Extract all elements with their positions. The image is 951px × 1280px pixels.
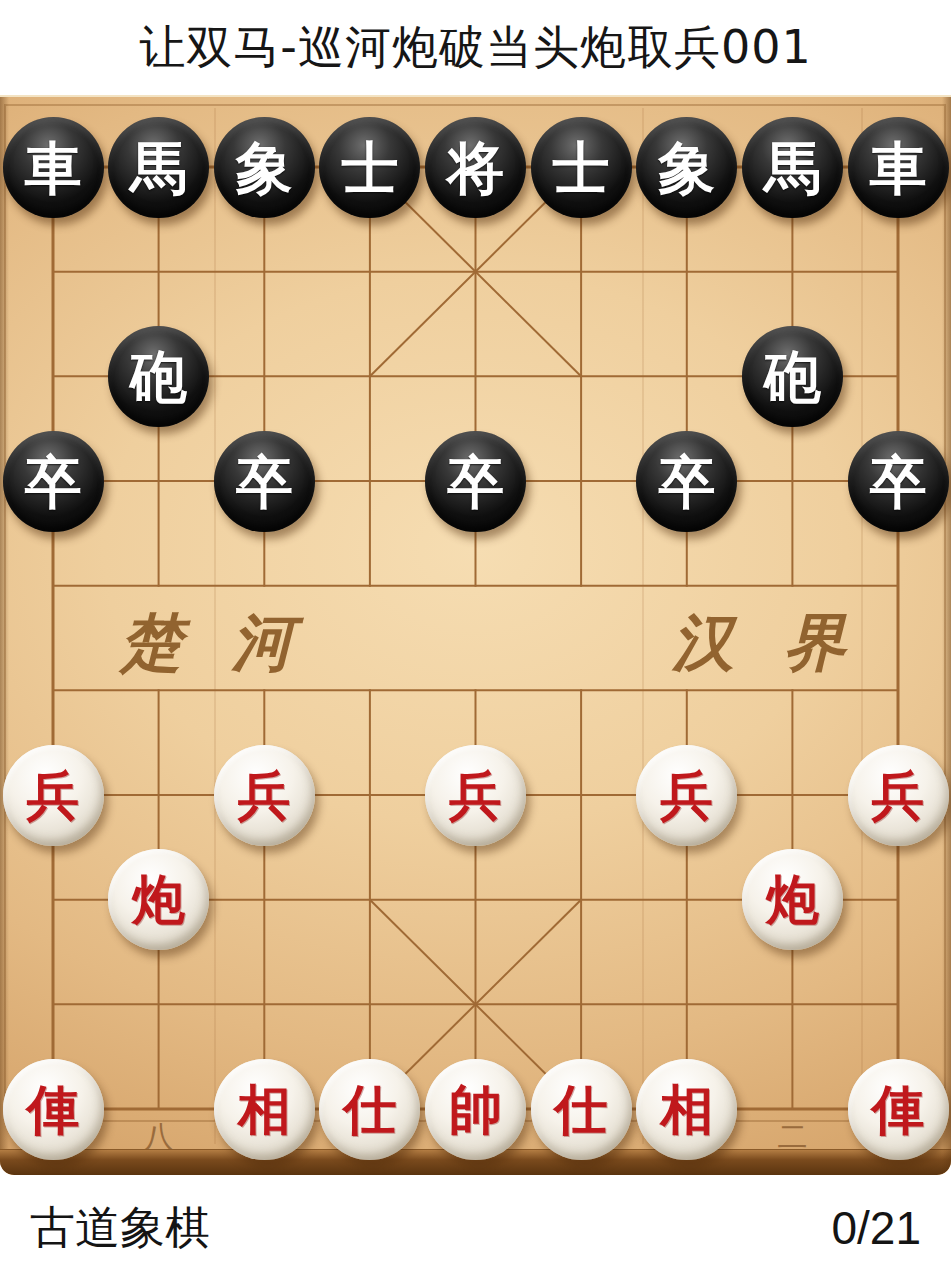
piece-glyph: 兵 (660, 769, 713, 822)
piece-glyph: 仕 (555, 1083, 608, 1136)
app-name: 古道象棋 (30, 1198, 210, 1258)
piece-red-general[interactable]: 帥 (425, 1059, 526, 1160)
piece-black-horse[interactable]: 馬 (742, 117, 843, 218)
piece-glyph: 相 (660, 1083, 713, 1136)
piece-glyph: 卒 (25, 453, 82, 510)
status-bar: 古道象棋 0/21 (0, 1175, 951, 1280)
piece-glyph: 卒 (870, 453, 927, 510)
piece-glyph: 帥 (449, 1083, 502, 1136)
piece-glyph: 馬 (764, 139, 821, 196)
piece-glyph: 卒 (236, 453, 293, 510)
piece-glyph: 兵 (449, 769, 502, 822)
piece-glyph: 仕 (343, 1083, 396, 1136)
piece-glyph: 砲 (130, 348, 187, 405)
piece-glyph: 相 (238, 1083, 291, 1136)
piece-black-advisor[interactable]: 士 (531, 117, 632, 218)
piece-red-soldier[interactable]: 兵 (214, 745, 315, 846)
piece-black-general[interactable]: 将 (425, 117, 526, 218)
piece-glyph: 象 (658, 139, 715, 196)
piece-glyph: 兵 (27, 769, 80, 822)
piece-red-cannon[interactable]: 炮 (742, 849, 843, 950)
puzzle-title: 让双马-巡河炮破当头炮取兵001 (139, 17, 811, 79)
xiangqi-board[interactable]: 楚 河 汉 界 八二 車馬象士将士象馬車砲砲卒卒卒卒卒兵兵兵兵兵炮炮俥相仕帥仕相… (0, 95, 951, 1175)
piece-black-soldier[interactable]: 卒 (636, 431, 737, 532)
piece-red-chariot[interactable]: 俥 (3, 1059, 104, 1160)
piece-black-cannon[interactable]: 砲 (742, 326, 843, 427)
piece-red-elephant[interactable]: 相 (636, 1059, 737, 1160)
piece-black-chariot[interactable]: 車 (3, 117, 104, 218)
piece-black-cannon[interactable]: 砲 (108, 326, 209, 427)
piece-glyph: 俥 (872, 1083, 925, 1136)
river-label-han-jie: 汉 界 (672, 607, 860, 679)
piece-black-soldier[interactable]: 卒 (3, 431, 104, 532)
piece-glyph: 士 (341, 139, 398, 196)
app-screen: 让双马-巡河炮破当头炮取兵001 楚 河 汉 界 八二 車馬象士将士象馬車砲砲卒… (0, 0, 951, 1280)
river-label-chu-he: 楚 河 (120, 607, 308, 679)
piece-red-soldier[interactable]: 兵 (425, 745, 526, 846)
piece-glyph: 車 (870, 139, 927, 196)
piece-red-advisor[interactable]: 仕 (319, 1059, 420, 1160)
piece-glyph: 兵 (238, 769, 291, 822)
piece-red-soldier[interactable]: 兵 (636, 745, 737, 846)
piece-glyph: 馬 (130, 139, 187, 196)
piece-glyph: 卒 (658, 453, 715, 510)
piece-glyph: 俥 (27, 1083, 80, 1136)
progress-counter: 0/21 (831, 1201, 921, 1255)
piece-glyph: 車 (25, 139, 82, 196)
piece-red-soldier[interactable]: 兵 (848, 745, 949, 846)
piece-glyph: 卒 (447, 453, 504, 510)
piece-red-cannon[interactable]: 炮 (108, 849, 209, 950)
piece-black-horse[interactable]: 馬 (108, 117, 209, 218)
piece-glyph: 炮 (132, 873, 185, 926)
piece-black-soldier[interactable]: 卒 (848, 431, 949, 532)
piece-glyph: 炮 (766, 873, 819, 926)
piece-red-elephant[interactable]: 相 (214, 1059, 315, 1160)
piece-red-soldier[interactable]: 兵 (3, 745, 104, 846)
piece-glyph: 砲 (764, 348, 821, 405)
piece-black-elephant[interactable]: 象 (214, 117, 315, 218)
piece-red-advisor[interactable]: 仕 (531, 1059, 632, 1160)
piece-glyph: 士 (553, 139, 610, 196)
piece-glyph: 象 (236, 139, 293, 196)
piece-red-chariot[interactable]: 俥 (848, 1059, 949, 1160)
piece-black-soldier[interactable]: 卒 (214, 431, 315, 532)
piece-black-advisor[interactable]: 士 (319, 117, 420, 218)
title-bar: 让双马-巡河炮破当头炮取兵001 (0, 0, 951, 95)
piece-black-chariot[interactable]: 車 (848, 117, 949, 218)
piece-glyph: 将 (447, 139, 504, 196)
piece-black-soldier[interactable]: 卒 (425, 431, 526, 532)
piece-black-elephant[interactable]: 象 (636, 117, 737, 218)
piece-glyph: 兵 (872, 769, 925, 822)
